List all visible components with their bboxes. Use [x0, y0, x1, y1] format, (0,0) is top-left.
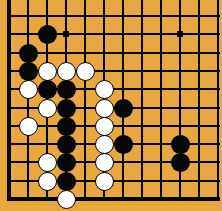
black-stone[interactable]: [19, 62, 38, 81]
grid-line-horizontal: [7, 125, 220, 127]
black-stone[interactable]: [57, 99, 76, 118]
white-stone[interactable]: [38, 99, 57, 118]
black-stone[interactable]: [57, 80, 76, 99]
grid-line-vertical: [84, 0, 86, 201]
go-board[interactable]: [0, 0, 222, 211]
white-stone[interactable]: [76, 62, 95, 81]
black-stone[interactable]: [38, 25, 57, 44]
white-stone[interactable]: [57, 190, 76, 209]
white-stone[interactable]: [19, 117, 38, 136]
white-stone[interactable]: [95, 172, 114, 191]
black-stone[interactable]: [114, 99, 133, 118]
white-stone[interactable]: [95, 80, 114, 99]
white-stone[interactable]: [95, 117, 114, 136]
black-stone[interactable]: [171, 153, 190, 172]
black-stone[interactable]: [57, 135, 76, 154]
white-stone[interactable]: [57, 62, 76, 81]
grid-line-vertical: [198, 0, 200, 201]
white-stone[interactable]: [95, 135, 114, 154]
white-stone[interactable]: [38, 153, 57, 172]
black-stone[interactable]: [57, 153, 76, 172]
star-point: [63, 31, 69, 37]
white-stone[interactable]: [38, 172, 57, 191]
grid-line-vertical: [27, 0, 29, 201]
black-stone[interactable]: [114, 135, 133, 154]
white-stone[interactable]: [95, 99, 114, 118]
black-stone[interactable]: [57, 172, 76, 191]
black-stone[interactable]: [19, 44, 38, 63]
grid-line-horizontal: [7, 15, 220, 17]
star-point: [177, 31, 183, 37]
white-stone[interactable]: [19, 80, 38, 99]
screenshot-stage: [0, 0, 222, 211]
grid-line-vertical: [217, 0, 219, 201]
black-stone[interactable]: [171, 135, 190, 154]
grid-line-horizontal: [7, 52, 220, 54]
black-stone[interactable]: [38, 80, 57, 99]
black-stone[interactable]: [57, 117, 76, 136]
white-stone[interactable]: [38, 62, 57, 81]
white-stone[interactable]: [95, 153, 114, 172]
board-bottom-edge-line: [7, 197, 220, 201]
grid-line-vertical: [160, 0, 162, 201]
board-left-edge-line: [7, 0, 11, 201]
grid-line-vertical: [141, 0, 143, 201]
